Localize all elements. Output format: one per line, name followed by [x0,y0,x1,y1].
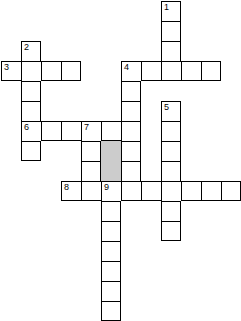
clue-number: 5 [164,103,169,112]
crossword-cell-r3c3[interactable] [61,61,81,81]
crossword-cell-r7c8[interactable] [161,141,181,161]
crossword-cell-r12c5[interactable] [101,241,121,261]
crossword-cell-r6c1[interactable]: 6 [21,121,41,141]
crossword-cell-r4c1[interactable] [21,81,41,101]
crossword-cell-r9c3[interactable]: 8 [61,181,81,201]
void-block [101,161,121,181]
crossword-cell-r14c5[interactable] [101,281,121,301]
crossword-cell-r3c10[interactable] [201,61,221,81]
crossword-cell-r11c5[interactable] [101,221,121,241]
crossword-cell-r9c6[interactable] [121,181,141,201]
crossword-cell-r6c3[interactable] [61,121,81,141]
crossword-cell-r13c5[interactable] [101,261,121,281]
clue-number: 9 [104,183,109,192]
crossword-cell-r15c5[interactable] [101,301,121,321]
crossword-cell-r6c6[interactable] [121,121,141,141]
clue-number: 8 [64,183,69,192]
crossword-board: 123456789 [1,1,241,321]
crossword-cell-r2c8[interactable] [161,41,181,61]
crossword-cell-r7c6[interactable] [121,141,141,161]
clue-number: 7 [84,123,89,132]
crossword-cell-r8c8[interactable] [161,161,181,181]
void-block [101,141,121,161]
crossword-cell-r7c4[interactable] [81,141,101,161]
clue-number: 3 [4,63,9,72]
crossword-cell-r3c8[interactable] [161,61,181,81]
crossword-cell-r8c4[interactable] [81,161,101,181]
crossword-cell-r9c10[interactable] [201,181,221,201]
crossword-cell-r5c1[interactable] [21,101,41,121]
crossword-cell-r5c6[interactable] [121,101,141,121]
crossword-cell-r3c9[interactable] [181,61,201,81]
crossword-cell-r3c2[interactable] [41,61,61,81]
crossword-cell-r6c5[interactable] [101,121,121,141]
crossword-page: 123456789 [0,0,241,321]
clue-number: 1 [164,3,169,12]
crossword-cell-r9c4[interactable] [81,181,101,201]
crossword-cell-r3c6[interactable]: 4 [121,61,141,81]
crossword-cell-r9c5[interactable]: 9 [101,181,121,201]
crossword-cell-r3c0[interactable]: 3 [1,61,21,81]
clue-number: 2 [24,43,29,52]
crossword-cell-r2c1[interactable]: 2 [21,41,41,61]
crossword-cell-r9c11[interactable] [221,181,241,201]
crossword-cell-r10c5[interactable] [101,201,121,221]
crossword-cell-r6c4[interactable]: 7 [81,121,101,141]
crossword-cell-r4c6[interactable] [121,81,141,101]
crossword-cell-r9c7[interactable] [141,181,161,201]
crossword-cell-r0c8[interactable]: 1 [161,1,181,21]
crossword-cell-r9c9[interactable] [181,181,201,201]
clue-number: 4 [124,63,129,72]
crossword-cell-r6c2[interactable] [41,121,61,141]
crossword-cell-r11c8[interactable] [161,221,181,241]
clue-number: 6 [24,123,29,132]
crossword-cell-r5c8[interactable]: 5 [161,101,181,121]
crossword-cell-r3c1[interactable] [21,61,41,81]
crossword-cell-r6c8[interactable] [161,121,181,141]
crossword-cell-r8c6[interactable] [121,161,141,181]
crossword-cell-r3c7[interactable] [141,61,161,81]
crossword-cell-r7c1[interactable] [21,141,41,161]
crossword-cell-r9c8[interactable] [161,181,181,201]
crossword-cell-r1c8[interactable] [161,21,181,41]
crossword-cell-r10c8[interactable] [161,201,181,221]
